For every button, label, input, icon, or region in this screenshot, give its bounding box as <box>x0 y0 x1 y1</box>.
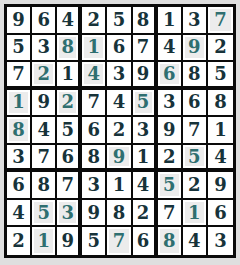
cell-r5c3[interactable]: 5 <box>57 117 82 145</box>
cell-r9c9[interactable]: 3 <box>208 227 233 255</box>
cell-r7c7[interactable]: 5 <box>158 172 183 200</box>
cell-r6c5[interactable]: 9 <box>107 145 132 173</box>
cell-r5c2[interactable]: 4 <box>32 117 57 145</box>
cell-r3c4[interactable]: 4 <box>82 62 107 90</box>
cell-r1c7[interactable]: 1 <box>158 7 183 35</box>
cell-r4c5[interactable]: 4 <box>107 90 132 118</box>
cell-r8c2[interactable]: 5 <box>32 200 57 228</box>
cell-r2c9[interactable]: 2 <box>208 35 233 63</box>
cell-r7c4[interactable]: 3 <box>82 172 107 200</box>
cell-r1c9[interactable]: 7 <box>208 7 233 35</box>
cell-r4c7[interactable]: 3 <box>158 90 183 118</box>
cell-r7c1[interactable]: 6 <box>7 172 32 200</box>
cell-r2c4[interactable]: 1 <box>82 35 107 63</box>
cell-r9c2[interactable]: 1 <box>32 227 57 255</box>
cell-r4c3[interactable]: 2 <box>57 90 82 118</box>
cell-r9c6[interactable]: 6 <box>133 227 158 255</box>
cell-r7c5[interactable]: 1 <box>107 172 132 200</box>
cell-r9c8[interactable]: 4 <box>183 227 208 255</box>
cell-r1c4[interactable]: 2 <box>82 7 107 35</box>
cell-r3c7[interactable]: 6 <box>158 62 183 90</box>
cell-r5c4[interactable]: 6 <box>82 117 107 145</box>
cell-r4c6[interactable]: 5 <box>133 90 158 118</box>
cell-r8c6[interactable]: 2 <box>133 200 158 228</box>
cell-r2c5[interactable]: 6 <box>107 35 132 63</box>
cell-r7c3[interactable]: 7 <box>57 172 82 200</box>
cell-r8c5[interactable]: 8 <box>107 200 132 228</box>
cell-r3c9[interactable]: 5 <box>208 62 233 90</box>
cell-r2c7[interactable]: 4 <box>158 35 183 63</box>
cell-r8c9[interactable]: 6 <box>208 200 233 228</box>
cell-r7c9[interactable]: 9 <box>208 172 233 200</box>
cell-r3c1[interactable]: 7 <box>7 62 32 90</box>
cell-r3c5[interactable]: 3 <box>107 62 132 90</box>
cell-r4c1[interactable]: 1 <box>7 90 32 118</box>
cell-r7c6[interactable]: 4 <box>133 172 158 200</box>
cell-r6c8[interactable]: 5 <box>183 145 208 173</box>
cell-r9c1[interactable]: 2 <box>7 227 32 255</box>
cell-r6c7[interactable]: 2 <box>158 145 183 173</box>
cell-r5c8[interactable]: 7 <box>183 117 208 145</box>
cell-r7c8[interactable]: 2 <box>183 172 208 200</box>
cell-r4c4[interactable]: 7 <box>82 90 107 118</box>
sudoku-page: 9642581375381674927214396851927453688456… <box>0 0 240 265</box>
cell-r7c2[interactable]: 8 <box>32 172 57 200</box>
cell-r5c1[interactable]: 8 <box>7 117 32 145</box>
cell-r5c9[interactable]: 1 <box>208 117 233 145</box>
cell-r1c5[interactable]: 5 <box>107 7 132 35</box>
cell-r9c7[interactable]: 8 <box>158 227 183 255</box>
cell-r2c6[interactable]: 7 <box>133 35 158 63</box>
cell-r6c4[interactable]: 8 <box>82 145 107 173</box>
cell-r1c8[interactable]: 3 <box>183 7 208 35</box>
cell-r9c3[interactable]: 9 <box>57 227 82 255</box>
cell-r2c3[interactable]: 8 <box>57 35 82 63</box>
cell-r1c3[interactable]: 4 <box>57 7 82 35</box>
cell-r4c9[interactable]: 8 <box>208 90 233 118</box>
cell-r3c2[interactable]: 2 <box>32 62 57 90</box>
cell-r1c2[interactable]: 6 <box>32 7 57 35</box>
cell-r6c6[interactable]: 1 <box>133 145 158 173</box>
cell-r8c7[interactable]: 7 <box>158 200 183 228</box>
cell-r8c8[interactable]: 1 <box>183 200 208 228</box>
cell-r1c1[interactable]: 9 <box>7 7 32 35</box>
cell-r8c3[interactable]: 3 <box>57 200 82 228</box>
cell-r5c6[interactable]: 3 <box>133 117 158 145</box>
cell-r2c1[interactable]: 5 <box>7 35 32 63</box>
cell-r3c8[interactable]: 8 <box>183 62 208 90</box>
cell-r5c5[interactable]: 2 <box>107 117 132 145</box>
cell-r6c1[interactable]: 3 <box>7 145 32 173</box>
cell-r6c2[interactable]: 7 <box>32 145 57 173</box>
cell-r3c6[interactable]: 9 <box>133 62 158 90</box>
cell-r2c2[interactable]: 3 <box>32 35 57 63</box>
cell-r6c3[interactable]: 6 <box>57 145 82 173</box>
cell-r4c2[interactable]: 9 <box>32 90 57 118</box>
cell-r9c4[interactable]: 5 <box>82 227 107 255</box>
cell-r5c7[interactable]: 9 <box>158 117 183 145</box>
cell-r4c8[interactable]: 6 <box>183 90 208 118</box>
cell-r8c1[interactable]: 4 <box>7 200 32 228</box>
cell-r8c4[interactable]: 9 <box>82 200 107 228</box>
cell-r3c3[interactable]: 1 <box>57 62 82 90</box>
cell-r9c5[interactable]: 7 <box>107 227 132 255</box>
cell-r1c6[interactable]: 8 <box>133 7 158 35</box>
cell-r6c9[interactable]: 4 <box>208 145 233 173</box>
cell-r2c8[interactable]: 9 <box>183 35 208 63</box>
sudoku-board: 9642581375381674927214396851927453688456… <box>4 4 236 258</box>
